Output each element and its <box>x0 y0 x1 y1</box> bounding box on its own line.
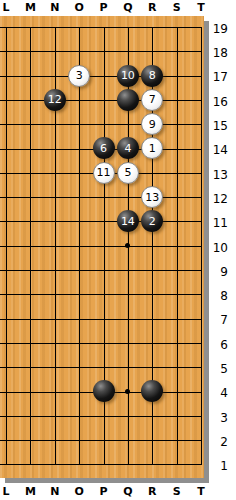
stone-move-number: 1 <box>149 143 156 154</box>
column-label: L <box>0 0 18 15</box>
stone-move-number: 7 <box>149 94 156 105</box>
stone-move-number: 8 <box>149 70 156 81</box>
column-label: M <box>18 484 42 499</box>
stone-white-P13: 11 <box>93 162 115 184</box>
stone-move-number: 3 <box>76 70 83 81</box>
stone-move-number: 14 <box>121 216 135 227</box>
stone-move-number: 6 <box>100 143 107 154</box>
stone-move-number: 11 <box>97 167 111 178</box>
stone-grid: 1234567891011121314 <box>0 15 213 477</box>
stone-move-number: 13 <box>145 192 159 203</box>
stone-black-P4 <box>93 380 115 402</box>
column-label: N <box>43 484 67 499</box>
column-label: R <box>140 0 164 15</box>
stone-black-Q14: 4 <box>117 137 139 159</box>
column-label: O <box>67 484 91 499</box>
stone-white-R14: 1 <box>141 137 163 159</box>
star-point <box>125 389 130 394</box>
stone-black-Q11: 14 <box>117 210 139 232</box>
column-label: R <box>140 484 164 499</box>
column-label: S <box>164 484 188 499</box>
stone-black-R11: 2 <box>141 210 163 232</box>
stone-black-N16: 12 <box>44 89 66 111</box>
column-label: P <box>91 484 115 499</box>
column-label: O <box>67 0 91 15</box>
stone-move-number: 12 <box>48 94 62 105</box>
stone-move-number: 10 <box>121 70 135 81</box>
stone-white-R12: 13 <box>141 186 163 208</box>
stone-black-P14: 6 <box>93 137 115 159</box>
stone-black-R17: 8 <box>141 65 163 87</box>
stone-white-O17: 3 <box>68 65 90 87</box>
stone-black-Q16 <box>117 89 139 111</box>
go-board-diagram: LMNOPQRST 19181716151413121110987654321 … <box>0 0 236 500</box>
stone-white-R16: 7 <box>141 89 163 111</box>
stone-white-R15: 9 <box>141 113 163 135</box>
column-label: L <box>0 484 18 499</box>
column-label: P <box>91 0 115 15</box>
column-label: Q <box>116 0 140 15</box>
column-label: T <box>189 484 213 499</box>
stone-move-number: 2 <box>149 216 156 227</box>
column-label: Q <box>116 484 140 499</box>
stone-move-number: 4 <box>124 143 131 154</box>
stone-black-Q17: 10 <box>117 65 139 87</box>
stone-white-Q13: 5 <box>117 162 139 184</box>
star-point <box>125 243 130 248</box>
stone-move-number: 9 <box>149 119 156 130</box>
go-board[interactable]: 1234567891011121314 <box>0 16 204 478</box>
stone-black-R4 <box>141 380 163 402</box>
stone-move-number: 5 <box>124 167 131 178</box>
column-label: S <box>164 0 188 15</box>
column-label: N <box>43 0 67 15</box>
column-label: M <box>18 0 42 15</box>
column-label: T <box>189 0 213 15</box>
